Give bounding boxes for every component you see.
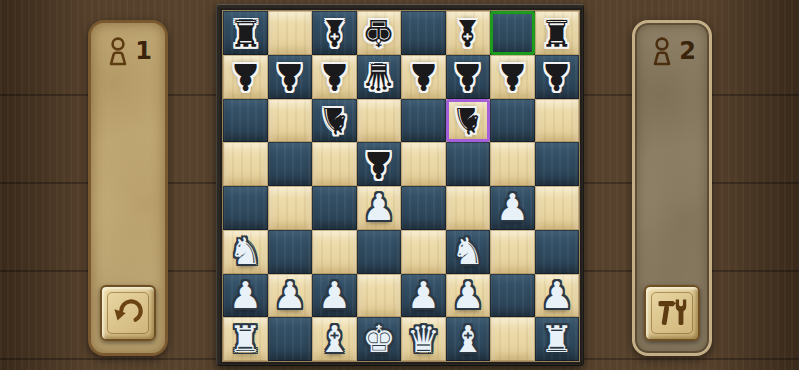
undo-arrow-icon: [110, 295, 146, 331]
piece-white-pawn: ♟: [496, 189, 529, 226]
player2-panel: 2: [632, 20, 712, 356]
square-d2[interactable]: [357, 274, 402, 318]
square-h2[interactable]: ♟: [535, 274, 580, 318]
square-e4[interactable]: [401, 186, 446, 230]
square-h3[interactable]: [535, 230, 580, 274]
square-a6[interactable]: [223, 99, 268, 143]
square-f5[interactable]: [446, 142, 491, 186]
undo-button[interactable]: [100, 285, 156, 341]
square-a5[interactable]: [223, 142, 268, 186]
piece-black-pawn: ♟: [229, 58, 262, 95]
tools-icon: [654, 295, 690, 331]
square-g8[interactable]: [490, 11, 535, 55]
square-e5[interactable]: [401, 142, 446, 186]
chess-board: ♜♝♚♝♜♟♟♟♛♟♟♟♟♞♞♟♟♟♞♞♟♟♟♟♟♟♜♝♚♛♝♜: [223, 11, 579, 361]
square-b3[interactable]: [268, 230, 313, 274]
square-h6[interactable]: [535, 99, 580, 143]
piece-black-pawn: ♟: [318, 58, 351, 95]
square-f4[interactable]: [446, 186, 491, 230]
piece-black-rook: ♜: [540, 14, 573, 51]
square-c6[interactable]: ♞: [312, 99, 357, 143]
piece-black-pawn: ♟: [451, 58, 484, 95]
square-a1[interactable]: ♜: [223, 317, 268, 361]
square-d6[interactable]: [357, 99, 402, 143]
piece-black-pawn: ♟: [540, 58, 573, 95]
square-g1[interactable]: [490, 317, 535, 361]
chess-board-frame: ♜♝♚♝♜♟♟♟♛♟♟♟♟♞♞♟♟♟♞♞♟♟♟♟♟♟♜♝♚♛♝♜: [216, 4, 584, 366]
square-f7[interactable]: ♟: [446, 55, 491, 99]
piece-white-pawn: ♟: [407, 277, 440, 314]
square-a4[interactable]: [223, 186, 268, 230]
square-h1[interactable]: ♜: [535, 317, 580, 361]
piece-white-knight: ♞: [451, 233, 484, 270]
settings-button[interactable]: [644, 285, 700, 341]
square-a8[interactable]: ♜: [223, 11, 268, 55]
square-g6[interactable]: [490, 99, 535, 143]
square-f1[interactable]: ♝: [446, 317, 491, 361]
square-b8[interactable]: [268, 11, 313, 55]
piece-black-king: ♚: [362, 14, 395, 51]
square-d7[interactable]: ♛: [357, 55, 402, 99]
piece-white-pawn: ♟: [451, 277, 484, 314]
square-g3[interactable]: [490, 230, 535, 274]
square-f6[interactable]: ♞: [446, 99, 491, 143]
piece-white-pawn: ♟: [362, 189, 395, 226]
piece-black-bishop: ♝: [451, 14, 484, 51]
square-e8[interactable]: [401, 11, 446, 55]
player2-badge: 2: [635, 35, 709, 67]
piece-black-rook: ♜: [229, 14, 262, 51]
player1-panel: 1: [88, 20, 168, 356]
square-b5[interactable]: [268, 142, 313, 186]
square-e1[interactable]: ♛: [401, 317, 446, 361]
person-icon: [104, 35, 134, 67]
square-h8[interactable]: ♜: [535, 11, 580, 55]
piece-white-pawn: ♟: [318, 277, 351, 314]
piece-black-pawn: ♟: [407, 58, 440, 95]
square-c8[interactable]: ♝: [312, 11, 357, 55]
square-b7[interactable]: ♟: [268, 55, 313, 99]
piece-white-king: ♚: [362, 321, 395, 358]
piece-black-queen: ♛: [362, 58, 395, 95]
square-f8[interactable]: ♝: [446, 11, 491, 55]
square-c7[interactable]: ♟: [312, 55, 357, 99]
game-screen: 1 ♜♝♚♝♜♟♟♟♛♟♟♟♟♞♞♟♟♟♞♞♟♟♟♟♟♟♜♝♚♛♝♜ 2: [0, 0, 799, 370]
square-d3[interactable]: [357, 230, 402, 274]
highlight-move-from: [490, 11, 535, 55]
piece-white-knight: ♞: [229, 233, 262, 270]
piece-black-pawn: ♟: [496, 58, 529, 95]
piece-white-pawn: ♟: [273, 277, 306, 314]
square-h4[interactable]: [535, 186, 580, 230]
player1-number: 1: [135, 39, 152, 63]
piece-white-pawn: ♟: [540, 277, 573, 314]
piece-black-knight: ♞: [451, 102, 484, 139]
square-e6[interactable]: [401, 99, 446, 143]
square-b4[interactable]: [268, 186, 313, 230]
square-f3[interactable]: ♞: [446, 230, 491, 274]
square-b1[interactable]: [268, 317, 313, 361]
person-icon: [648, 35, 678, 67]
square-h5[interactable]: [535, 142, 580, 186]
square-e2[interactable]: ♟: [401, 274, 446, 318]
piece-white-queen: ♛: [407, 321, 440, 358]
piece-white-rook: ♜: [229, 321, 262, 358]
square-c5[interactable]: [312, 142, 357, 186]
piece-white-pawn: ♟: [229, 277, 262, 314]
square-b6[interactable]: [268, 99, 313, 143]
square-a7[interactable]: ♟: [223, 55, 268, 99]
square-d5[interactable]: ♟: [357, 142, 402, 186]
piece-white-rook: ♜: [540, 321, 573, 358]
square-h7[interactable]: ♟: [535, 55, 580, 99]
square-d1[interactable]: ♚: [357, 317, 402, 361]
piece-black-bishop: ♝: [318, 14, 351, 51]
square-d8[interactable]: ♚: [357, 11, 402, 55]
square-g2[interactable]: [490, 274, 535, 318]
square-e7[interactable]: ♟: [401, 55, 446, 99]
piece-white-bishop: ♝: [318, 321, 351, 358]
player1-badge: 1: [91, 35, 165, 67]
square-g5[interactable]: [490, 142, 535, 186]
piece-white-bishop: ♝: [451, 321, 484, 358]
piece-black-pawn: ♟: [273, 58, 306, 95]
square-g7[interactable]: ♟: [490, 55, 535, 99]
square-c1[interactable]: ♝: [312, 317, 357, 361]
square-c3[interactable]: [312, 230, 357, 274]
square-e3[interactable]: [401, 230, 446, 274]
square-d4[interactable]: ♟: [357, 186, 402, 230]
square-c2[interactable]: ♟: [312, 274, 357, 318]
square-a2[interactable]: ♟: [223, 274, 268, 318]
player2-number: 2: [679, 39, 696, 63]
piece-black-pawn: ♟: [362, 146, 395, 183]
square-g4[interactable]: ♟: [490, 186, 535, 230]
square-c4[interactable]: [312, 186, 357, 230]
square-a3[interactable]: ♞: [223, 230, 268, 274]
piece-black-knight: ♞: [318, 102, 351, 139]
square-b2[interactable]: ♟: [268, 274, 313, 318]
square-f2[interactable]: ♟: [446, 274, 491, 318]
